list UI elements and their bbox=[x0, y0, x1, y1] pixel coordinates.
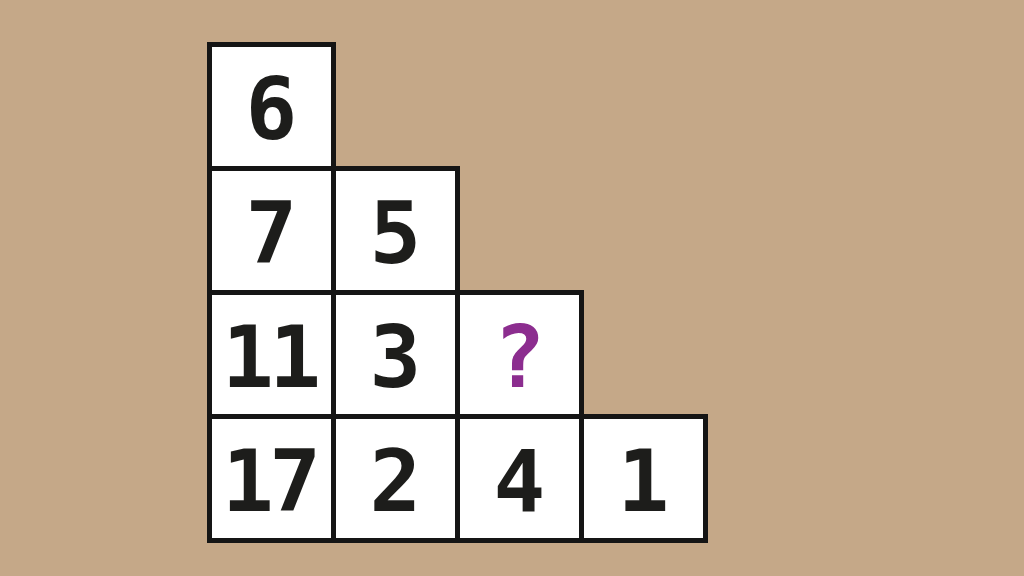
puzzle-cell-r3-c1: 11 bbox=[207, 290, 336, 419]
cell-value: 1 bbox=[618, 438, 665, 524]
puzzle-cell-r1-c1: 6 bbox=[207, 42, 336, 171]
puzzle-cell-r4-c1: 17 bbox=[207, 414, 336, 543]
cell-value: 7 bbox=[246, 190, 293, 276]
puzzle-cell-r3-c3: ? bbox=[455, 290, 584, 419]
puzzle-cell-r2-c2: 5 bbox=[331, 166, 460, 295]
cell-value: 4 bbox=[494, 438, 541, 524]
unknown-value: ? bbox=[494, 314, 541, 400]
cell-value: 17 bbox=[222, 438, 317, 524]
puzzle-cell-r3-c2: 3 bbox=[331, 290, 460, 419]
cell-value: 6 bbox=[246, 66, 293, 152]
cell-value: 3 bbox=[370, 314, 417, 400]
puzzle-cell-r4-c2: 2 bbox=[331, 414, 460, 543]
puzzle-board: 675113?17241 bbox=[212, 47, 708, 543]
cell-value: 5 bbox=[370, 190, 417, 276]
cell-value: 2 bbox=[370, 438, 417, 524]
cell-value: 11 bbox=[222, 314, 317, 400]
puzzle-cell-r4-c4: 1 bbox=[579, 414, 708, 543]
puzzle-background: 675113?17241 bbox=[0, 0, 1024, 576]
puzzle-cell-r4-c3: 4 bbox=[455, 414, 584, 543]
puzzle-cell-r2-c1: 7 bbox=[207, 166, 336, 295]
